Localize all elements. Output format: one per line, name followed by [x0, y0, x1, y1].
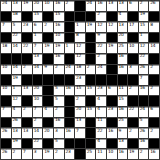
cell-code-number: 22: [23, 44, 28, 49]
cell-r14c12[interactable]: 13: [118, 139, 128, 149]
cell-r5c3[interactable]: 22: [22, 43, 32, 53]
cell-r15c7[interactable]: 23: [65, 149, 75, 159]
cell-r4c12[interactable]: 20: [118, 33, 128, 43]
block-cell-r12c3: [22, 118, 32, 128]
cell-r14c10[interactable]: 4: [96, 139, 106, 149]
cell-r5c10[interactable]: 22: [96, 43, 106, 53]
block-cell-r8c4: [33, 75, 43, 85]
block-cell-r10c1: [1, 96, 11, 106]
cell-r11c5[interactable]: 4: [43, 107, 53, 117]
block-cell-r14c13: [128, 139, 138, 149]
cell-r1c9[interactable]: 24: [86, 1, 96, 11]
cell-r12c10[interactable]: 11: [96, 118, 106, 128]
block-cell-r10c7: [65, 96, 75, 106]
cell-r13c2[interactable]: 13: [12, 128, 22, 138]
cell-r1c2[interactable]: 13: [12, 1, 22, 11]
cell-code-number: 2: [34, 118, 37, 123]
cell-r4c10[interactable]: 9: [96, 33, 106, 43]
cell-code-number: 15: [55, 12, 60, 17]
block-cell-r10c13: [128, 96, 138, 106]
cell-code-number: 6: [129, 1, 132, 6]
cell-code-number: 15: [140, 23, 145, 28]
cell-r9c1[interactable]: 10: [1, 86, 11, 96]
block-cell-r4c3: [22, 33, 32, 43]
cell-r3c4[interactable]: 6: [33, 22, 43, 32]
cell-code-number: 4: [97, 139, 100, 144]
cell-code-number: 7: [2, 23, 5, 28]
cell-r11c10[interactable]: 4: [96, 107, 106, 117]
cell-r3c8[interactable]: 1: [75, 22, 85, 32]
cell-code-number: 26: [2, 129, 7, 134]
cell-r5c2[interactable]: 14: [12, 43, 22, 53]
cell-r5c12[interactable]: 25: [118, 43, 128, 53]
block-cell-r8c7: [65, 75, 75, 85]
cell-code-number: 24: [97, 65, 102, 70]
cell-r12c2[interactable]: 26: [12, 118, 22, 128]
cell-r1c6[interactable]: 16: [54, 1, 64, 11]
cell-r3c12[interactable]: 13: [118, 22, 128, 32]
cell-code-number: 23: [76, 76, 81, 81]
cell-r3c2[interactable]: 5: [12, 22, 22, 32]
cell-r11c13[interactable]: 22: [128, 107, 138, 117]
cell-r3c9[interactable]: 19: [86, 22, 96, 32]
cell-r15c15[interactable]: 16: [149, 149, 159, 159]
cell-code-number: 2: [87, 65, 90, 70]
cell-r13c4[interactable]: 14: [33, 128, 43, 138]
cell-r14c6[interactable]: 5: [54, 139, 64, 149]
cell-r2c12[interactable]: 4: [118, 12, 128, 22]
block-cell-r4c1: [1, 33, 11, 43]
cell-r3c6[interactable]: 16: [54, 22, 64, 32]
cell-r1c14[interactable]: 2: [139, 1, 149, 11]
cell-r13c15[interactable]: 2: [149, 128, 159, 138]
cell-code-number: 2: [55, 65, 58, 70]
cell-r9c6[interactable]: 5: [54, 86, 64, 96]
cell-r8c8[interactable]: 23: [75, 75, 85, 85]
cell-r13c5[interactable]: 20: [43, 128, 53, 138]
cell-r1c11[interactable]: 13: [107, 1, 117, 11]
cell-r15c2[interactable]: 2: [12, 149, 22, 159]
cell-code-number: 19: [44, 44, 49, 49]
cell-code-number: 2: [97, 54, 100, 59]
block-cell-r2c8: [75, 12, 85, 22]
cell-r13c1[interactable]: 26: [1, 128, 11, 138]
block-cell-r2c9: [86, 12, 96, 22]
cell-r11c2[interactable]: 4: [12, 107, 22, 117]
cell-r9c14[interactable]: 16: [139, 86, 149, 96]
cell-code-number: 13: [12, 129, 17, 134]
cell-r3c13[interactable]: 17: [128, 22, 138, 32]
cell-code-number: 16: [55, 23, 60, 28]
cell-r7c1[interactable]: 10: [1, 65, 11, 75]
block-cell-r6c7: [65, 54, 75, 64]
cell-r7c3[interactable]: 2: [22, 65, 32, 75]
cell-r13c13[interactable]: 2: [128, 128, 138, 138]
cell-code-number: 19: [44, 150, 49, 155]
block-cell-r14c11: [107, 139, 117, 149]
cell-r4c8[interactable]: 8: [75, 33, 85, 43]
cell-code-number: 20: [34, 86, 39, 91]
cell-r9c2[interactable]: 1: [12, 86, 22, 96]
cell-code-number: 8: [76, 33, 79, 38]
cell-r10c8[interactable]: 2: [75, 96, 85, 106]
cell-code-number: 7: [34, 107, 37, 112]
cell-r7c13[interactable]: 3: [128, 65, 138, 75]
cell-code-number: 23: [23, 23, 28, 28]
cell-r3c1[interactable]: 7: [1, 22, 11, 32]
cell-r13c6[interactable]: 3: [54, 128, 64, 138]
cell-r8c2[interactable]: 19: [12, 75, 22, 85]
cell-code-number: 12: [97, 23, 102, 28]
cell-r5c5[interactable]: 19: [43, 43, 53, 53]
block-cell-r8c6: [54, 75, 64, 85]
cell-code-number: 7: [76, 129, 79, 134]
cell-r8c14[interactable]: 7: [139, 75, 149, 85]
cell-code-number: 7: [140, 76, 143, 81]
cell-r7c15[interactable]: 2: [149, 65, 159, 75]
block-cell-r8c15: [149, 75, 159, 85]
cell-code-number: 1: [34, 33, 37, 38]
cell-r5c14[interactable]: 12: [139, 43, 149, 53]
cell-code-number: 16: [118, 107, 123, 112]
cell-r15c12[interactable]: 16: [118, 149, 128, 159]
block-cell-r12c9: [86, 118, 96, 128]
cell-code-number: 3: [129, 65, 132, 70]
cell-r2c4[interactable]: 15: [33, 12, 43, 22]
cell-r5c15[interactable]: 14: [149, 43, 159, 53]
cell-r10c6[interactable]: 5: [54, 96, 64, 106]
cell-r6c8[interactable]: 12: [75, 54, 85, 64]
cell-r5c11[interactable]: 19: [107, 43, 117, 53]
cell-code-number: 20: [76, 107, 81, 112]
cell-code-number: 25: [118, 118, 123, 123]
block-cell-r12c13: [128, 118, 138, 128]
cell-r15c13[interactable]: 19: [128, 149, 138, 159]
cell-r12c6[interactable]: 16: [54, 118, 64, 128]
cell-r13c7[interactable]: 16: [65, 128, 75, 138]
cell-r11c12[interactable]: 16: [118, 107, 128, 117]
cell-code-number: 22: [129, 107, 134, 112]
cell-code-number: 12: [76, 44, 81, 49]
block-cell-r3c7: [65, 22, 75, 32]
cell-r6c12[interactable]: 16: [118, 54, 128, 64]
cell-code-number: 22: [12, 33, 17, 38]
cell-code-number: 16: [65, 129, 70, 134]
cell-r11c9[interactable]: 15: [86, 107, 96, 117]
cell-r11c8[interactable]: 20: [75, 107, 85, 117]
cell-r2c2[interactable]: 18: [12, 12, 22, 22]
block-cell-r4c13: [128, 33, 138, 43]
cell-code-number: 1: [65, 44, 68, 49]
cell-r9c15[interactable]: 2: [149, 86, 159, 96]
cell-code-number: 19: [129, 150, 134, 155]
cell-r7c10[interactable]: 24: [96, 65, 106, 75]
cell-r9c11[interactable]: 6: [107, 86, 117, 96]
block-cell-r12c11: [107, 118, 117, 128]
block-cell-r2c7: [65, 12, 75, 22]
cell-code-number: 12: [12, 97, 17, 102]
cell-code-number: 2: [55, 150, 58, 155]
cell-r15c5[interactable]: 19: [43, 149, 53, 159]
cell-r2c6[interactable]: 15: [54, 12, 64, 22]
cell-code-number: 23: [108, 107, 113, 112]
cell-code-number: 13: [23, 129, 28, 134]
block-cell-r12c7: [65, 118, 75, 128]
cell-code-number: 8: [150, 23, 153, 28]
cell-code-number: 15: [118, 97, 123, 102]
cell-code-number: 2: [150, 65, 153, 70]
block-cell-r6c15: [149, 54, 159, 64]
cell-r14c4[interactable]: 22: [33, 139, 43, 149]
cell-r3c14[interactable]: 15: [139, 22, 149, 32]
cell-r9c9[interactable]: 15: [86, 86, 96, 96]
cell-code-number: 10: [34, 97, 39, 102]
cell-r9c3[interactable]: 13: [22, 86, 32, 96]
cell-r1c15[interactable]: 26: [149, 1, 159, 11]
cell-code-number: 19: [12, 139, 17, 144]
cell-code-number: 26: [150, 1, 155, 6]
cell-r1c10[interactable]: 16: [96, 1, 106, 11]
cell-code-number: 19: [55, 44, 60, 49]
cell-r7c4[interactable]: 14: [33, 65, 43, 75]
cell-r14c14[interactable]: 16: [139, 139, 149, 149]
cell-code-number: 16: [55, 1, 60, 6]
cell-r3c11[interactable]: 12: [107, 22, 117, 32]
block-cell-r8c13: [128, 75, 138, 85]
cell-r1c1[interactable]: 24: [1, 1, 11, 11]
cell-code-number: 7: [23, 150, 26, 155]
cell-r12c8[interactable]: 13: [75, 118, 85, 128]
cell-r3c15[interactable]: 8: [149, 22, 159, 32]
cell-code-number: 12: [76, 54, 81, 59]
block-cell-r8c5: [43, 75, 53, 85]
cell-r12c12[interactable]: 25: [118, 118, 128, 128]
cell-r15c9[interactable]: 25: [86, 149, 96, 159]
block-cell-r10c11: [107, 96, 117, 106]
cell-r15c6[interactable]: 2: [54, 149, 64, 159]
block-cell-r8c3: [22, 75, 32, 85]
cell-r7c12[interactable]: 16: [118, 65, 128, 75]
block-cell-r1c8: [75, 1, 85, 11]
block-cell-r14c3: [22, 139, 32, 149]
cell-code-number: 16: [65, 86, 70, 91]
cell-code-number: 2: [65, 1, 68, 6]
block-cell-r6c5: [43, 54, 53, 64]
block-cell-r2c13: [128, 12, 138, 22]
cell-r15c10[interactable]: 11: [96, 149, 106, 159]
cell-r5c1[interactable]: 18: [1, 43, 11, 53]
cell-r7c5[interactable]: 9: [43, 65, 53, 75]
cell-r10c12[interactable]: 15: [118, 96, 128, 106]
cell-r7c14[interactable]: 26: [139, 65, 149, 75]
cell-r13c8[interactable]: 7: [75, 128, 85, 138]
cell-code-number: 5: [140, 118, 143, 123]
cell-code-number: 24: [140, 107, 145, 112]
cell-r13c11[interactable]: 16: [107, 128, 117, 138]
cell-r15c11[interactable]: 10: [107, 149, 117, 159]
cell-r13c3[interactable]: 13: [22, 128, 32, 138]
cell-r3c10[interactable]: 12: [96, 22, 106, 32]
block-cell-r15c8: [75, 149, 85, 159]
cell-code-number: 2: [129, 129, 132, 134]
cell-code-number: 24: [87, 1, 92, 6]
cell-r11c6[interactable]: 2: [54, 107, 64, 117]
cell-r4c6[interactable]: 10: [54, 33, 64, 43]
cell-code-number: 10: [129, 44, 134, 49]
block-cell-r14c7: [65, 139, 75, 149]
block-cell-r10c15: [149, 96, 159, 106]
cell-code-number: 16: [140, 139, 145, 144]
cell-code-number: 13: [34, 54, 39, 59]
cell-r5c13[interactable]: 10: [128, 43, 138, 53]
cell-code-number: 23: [65, 150, 70, 155]
cell-r9c10[interactable]: 23: [96, 86, 106, 96]
block-cell-r12c5: [43, 118, 53, 128]
cell-code-number: 11: [97, 150, 102, 155]
cell-r3c5[interactable]: 2: [43, 22, 53, 32]
cell-r5c8[interactable]: 12: [75, 43, 85, 53]
cell-code-number: 26: [12, 118, 17, 123]
cell-code-number: 22: [97, 44, 102, 49]
block-cell-r8c1: [1, 75, 11, 85]
cell-r4c14[interactable]: 1: [139, 33, 149, 43]
cell-code-number: 11: [118, 86, 123, 91]
cell-code-number: 13: [76, 118, 81, 123]
cell-r1c13[interactable]: 6: [128, 1, 138, 11]
cell-code-number: 19: [140, 12, 145, 17]
cell-code-number: 26: [140, 65, 145, 70]
cell-r11c15[interactable]: 6: [149, 107, 159, 117]
cell-r14c2[interactable]: 19: [12, 139, 22, 149]
block-cell-r9c5: [43, 86, 53, 96]
cell-r1c12[interactable]: 13: [118, 1, 128, 11]
cell-code-number: 1: [76, 23, 79, 28]
cell-r9c4[interactable]: 20: [33, 86, 43, 96]
cell-r5c4[interactable]: 7: [33, 43, 43, 53]
cell-r7c8[interactable]: 18: [75, 65, 85, 75]
cell-r2c10[interactable]: 2: [96, 12, 106, 22]
cell-code-number: 2: [44, 23, 47, 28]
block-cell-r8c11: [107, 75, 117, 85]
cell-code-number: 24: [2, 1, 7, 6]
cell-code-number: 7: [2, 107, 5, 112]
cell-r1c7[interactable]: 2: [65, 1, 75, 11]
cell-r4c4[interactable]: 1: [33, 33, 43, 43]
cell-code-number: 7: [34, 44, 37, 49]
cell-r10c2[interactable]: 12: [12, 96, 22, 106]
cell-r13c10[interactable]: 22: [96, 128, 106, 138]
cell-code-number: 2: [140, 1, 143, 6]
cell-r10c4[interactable]: 10: [33, 96, 43, 106]
block-cell-r10c9: [86, 96, 96, 106]
cell-code-number: 14: [34, 65, 39, 70]
block-cell-r12c15: [149, 118, 159, 128]
cell-code-number: 25: [118, 44, 123, 49]
cell-code-number: 4: [118, 12, 121, 17]
cell-code-number: 10: [108, 150, 113, 155]
cell-r1c4[interactable]: 20: [33, 1, 43, 11]
cell-r15c14[interactable]: 2: [139, 149, 149, 159]
cell-r3c3[interactable]: 23: [22, 22, 32, 32]
cell-code-number: 25: [87, 150, 92, 155]
block-cell-r14c8: [75, 139, 85, 149]
cell-code-number: 10: [2, 65, 7, 70]
cell-r6c4[interactable]: 13: [33, 54, 43, 64]
block-cell-r4c15: [149, 33, 159, 43]
cell-code-number: 12: [108, 23, 113, 28]
cell-r6c10[interactable]: 2: [96, 54, 106, 64]
cell-r1c5[interactable]: 10: [43, 1, 53, 11]
cell-r15c3[interactable]: 7: [22, 149, 32, 159]
block-cell-r6c13: [128, 54, 138, 64]
block-cell-r2c1: [1, 12, 11, 22]
cell-r7c2[interactable]: 14: [12, 65, 22, 75]
cell-code-number: 18: [2, 44, 7, 49]
cell-r7c9[interactable]: 2: [86, 65, 96, 75]
cell-r7c6[interactable]: 2: [54, 65, 64, 75]
block-cell-r5c9: [86, 43, 96, 53]
cell-r12c14[interactable]: 5: [139, 118, 149, 128]
block-cell-r4c11: [107, 33, 117, 43]
block-cell-r6c11: [107, 54, 117, 64]
cell-code-number: 19: [108, 44, 113, 49]
cell-r13c14[interactable]: 26: [139, 128, 149, 138]
cell-r15c1[interactable]: 26: [1, 149, 11, 159]
cell-r5c7[interactable]: 1: [65, 43, 75, 53]
block-cell-r6c2: [12, 54, 22, 64]
cell-code-number: 2: [150, 86, 153, 91]
cell-code-number: 19: [87, 23, 92, 28]
cell-r15c4[interactable]: 3: [33, 149, 43, 159]
block-cell-r4c9: [86, 33, 96, 43]
block-cell-r14c5: [43, 139, 53, 149]
cell-r1c3[interactable]: 19: [22, 1, 32, 11]
block-cell-r2c3: [22, 12, 32, 22]
cell-code-number: 13: [118, 139, 123, 144]
cell-code-number: 23: [97, 86, 102, 91]
cell-code-number: 16: [140, 86, 145, 91]
cell-code-number: 5: [12, 23, 15, 28]
cell-r11c3[interactable]: 2: [22, 107, 32, 117]
cell-r7c7[interactable]: 24: [65, 65, 75, 75]
cell-r9c12[interactable]: 11: [118, 86, 128, 96]
cell-r6c14[interactable]: 22: [139, 54, 149, 64]
cell-code-number: 20: [34, 1, 39, 6]
cell-r9c8[interactable]: 15: [75, 86, 85, 96]
cell-r11c4[interactable]: 7: [33, 107, 43, 117]
cell-code-number: 5: [55, 86, 58, 91]
cell-r11c14[interactable]: 24: [139, 107, 149, 117]
cell-r13c12[interactable]: 9: [118, 128, 128, 138]
cell-r5c6[interactable]: 19: [54, 43, 64, 53]
cell-r12c4[interactable]: 2: [33, 118, 43, 128]
cell-r11c11[interactable]: 23: [107, 107, 117, 117]
cell-code-number: 15: [34, 12, 39, 17]
cell-r4c2[interactable]: 22: [12, 33, 22, 43]
cell-r11c1[interactable]: 7: [1, 107, 11, 117]
cell-code-number: 17: [129, 23, 134, 28]
cell-r9c13[interactable]: 2: [128, 86, 138, 96]
cell-r10c10[interactable]: 4: [96, 96, 106, 106]
cell-code-number: 18: [12, 12, 17, 17]
cell-code-number: 5: [55, 139, 58, 144]
cell-code-number: 26: [2, 150, 7, 155]
cell-r9c7[interactable]: 16: [65, 86, 75, 96]
block-cell-r8c10: [96, 75, 106, 85]
block-cell-r7c11: [107, 65, 117, 75]
cell-r2c14[interactable]: 19: [139, 12, 149, 22]
cell-r6c6[interactable]: 16: [54, 54, 64, 64]
